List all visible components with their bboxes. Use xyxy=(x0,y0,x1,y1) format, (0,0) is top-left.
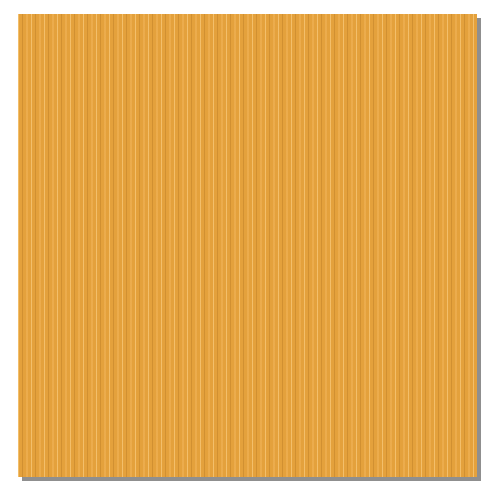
go-diagram-page xyxy=(0,0,500,500)
board-grid xyxy=(51,46,481,476)
go-board[interactable] xyxy=(18,14,477,477)
